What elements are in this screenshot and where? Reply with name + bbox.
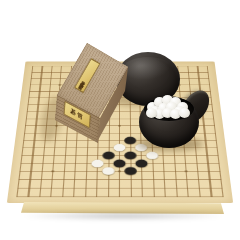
board-intersection[interactable] <box>193 183 205 191</box>
board-intersection[interactable] <box>48 152 60 160</box>
board-intersection[interactable] <box>103 175 114 183</box>
board-intersection[interactable] <box>45 192 57 201</box>
board-intersection[interactable] <box>25 167 37 175</box>
board-intersection[interactable] <box>114 115 124 122</box>
go-set-photo: ●●●●●●●●●●● 碁笥 碁笥 <box>0 0 240 240</box>
star-point <box>184 170 187 172</box>
board-intersection[interactable] <box>148 192 160 201</box>
board-intersection[interactable] <box>26 159 38 167</box>
board-ground-shadow <box>25 212 221 220</box>
board-intersection[interactable] <box>201 152 213 160</box>
board-intersection[interactable] <box>61 129 72 136</box>
board-intersection[interactable] <box>114 183 125 191</box>
board-intersection[interactable] <box>171 192 183 201</box>
board-intersection[interactable] <box>207 115 218 122</box>
board-intersection[interactable]: ● <box>103 167 114 175</box>
board-intersection[interactable] <box>71 144 82 152</box>
board-intersection[interactable] <box>212 152 224 160</box>
board-intersection[interactable] <box>191 167 203 175</box>
board-intersection[interactable] <box>68 192 80 201</box>
board-intersection[interactable] <box>125 108 135 115</box>
board-intersection[interactable] <box>193 192 205 201</box>
board-intersection[interactable] <box>180 159 192 167</box>
board-intersection[interactable] <box>91 175 102 183</box>
board-intersection[interactable] <box>125 115 135 122</box>
board-intersection[interactable] <box>46 175 58 183</box>
board-intersection[interactable] <box>114 122 125 129</box>
box-label-top: 碁笥 <box>74 58 100 93</box>
board-intersection[interactable] <box>209 129 220 136</box>
board-intersection[interactable] <box>37 159 49 167</box>
board-intersection[interactable] <box>208 122 219 129</box>
board-intersection[interactable] <box>69 167 81 175</box>
board-intersection[interactable] <box>59 159 71 167</box>
board-intersection[interactable] <box>69 175 81 183</box>
board-intersection[interactable] <box>148 183 160 191</box>
board-intersection[interactable] <box>48 159 60 167</box>
board-intersection[interactable] <box>60 136 71 143</box>
board-intersection[interactable] <box>203 175 215 183</box>
board-intersection[interactable] <box>159 175 171 183</box>
board-intersection[interactable] <box>125 192 137 201</box>
board-intersection[interactable] <box>23 183 35 191</box>
board-intersection[interactable] <box>57 175 69 183</box>
board-intersection[interactable] <box>45 183 57 191</box>
board-intersection[interactable] <box>125 122 136 129</box>
board-intersection[interactable] <box>57 183 69 191</box>
star-point <box>118 125 121 127</box>
board-intersection[interactable] <box>182 192 194 201</box>
board-intersection[interactable] <box>211 144 223 152</box>
star-point <box>58 84 61 86</box>
board-intersection[interactable] <box>170 183 182 191</box>
board-intersection[interactable] <box>102 183 113 191</box>
board-intersection[interactable] <box>80 183 92 191</box>
board-intersection[interactable] <box>104 129 115 136</box>
board-intersection[interactable] <box>170 175 182 183</box>
board-intersection[interactable] <box>191 159 203 167</box>
board-intersection[interactable] <box>136 167 147 175</box>
board-intersection[interactable] <box>136 175 147 183</box>
board-intersection[interactable] <box>198 122 209 129</box>
board-intersection[interactable] <box>125 175 136 183</box>
board-intersection[interactable]: ● <box>125 167 136 175</box>
board-intersection[interactable] <box>125 183 136 191</box>
board-intersection[interactable] <box>71 136 82 143</box>
heap-stone <box>179 108 190 118</box>
board-intersection[interactable] <box>158 167 170 175</box>
board-intersection[interactable] <box>180 167 192 175</box>
board-intersection[interactable] <box>207 108 218 115</box>
board-intersection[interactable] <box>91 183 103 191</box>
board-intersection[interactable] <box>181 183 193 191</box>
board-intersection[interactable] <box>179 152 191 160</box>
board-intersection[interactable] <box>58 167 70 175</box>
board-intersection[interactable]: ● <box>136 159 147 167</box>
board-intersection[interactable] <box>79 192 91 201</box>
board-intersection[interactable] <box>147 175 159 183</box>
board-intersection[interactable] <box>37 152 49 160</box>
board-intersection[interactable] <box>38 144 50 152</box>
board-intersection[interactable] <box>214 175 226 183</box>
board-intersection[interactable] <box>136 183 148 191</box>
board-intersection[interactable] <box>159 183 171 191</box>
board-intersection[interactable] <box>82 144 93 152</box>
board-intersection[interactable] <box>24 175 36 183</box>
board-intersection[interactable] <box>169 167 181 175</box>
board-intersection[interactable] <box>216 192 228 201</box>
board-intersection[interactable] <box>202 159 214 167</box>
board-intersection[interactable] <box>168 152 179 160</box>
board-intersection[interactable] <box>60 144 71 152</box>
board-intersection[interactable] <box>36 167 48 175</box>
board-intersection[interactable] <box>169 159 181 167</box>
board-intersection[interactable] <box>147 167 158 175</box>
board-intersection[interactable] <box>147 159 158 167</box>
star-point <box>51 170 54 172</box>
board-intersection[interactable] <box>213 167 225 175</box>
board-intersection[interactable] <box>35 175 47 183</box>
board-intersection[interactable] <box>26 152 38 160</box>
board-intersection[interactable] <box>157 152 168 160</box>
board-intersection[interactable] <box>137 192 149 201</box>
board-intersection[interactable] <box>70 159 81 167</box>
board-intersection[interactable] <box>80 175 92 183</box>
board-intersection[interactable] <box>68 183 80 191</box>
board-intersection[interactable] <box>22 192 34 201</box>
board-intersection[interactable] <box>80 167 91 175</box>
board-intersection[interactable] <box>190 152 202 160</box>
board-intersection[interactable] <box>59 152 70 160</box>
board-intersection[interactable] <box>33 192 45 201</box>
board-intersection[interactable] <box>70 152 81 160</box>
star-point <box>118 170 121 172</box>
board-intersection[interactable] <box>159 192 171 201</box>
board-intersection[interactable] <box>114 108 124 115</box>
board-intersection[interactable] <box>181 175 193 183</box>
board-intersection[interactable] <box>34 183 46 191</box>
board-intersection[interactable] <box>192 175 204 183</box>
board-intersection[interactable] <box>204 183 216 191</box>
board-intersection[interactable] <box>215 183 227 191</box>
board-intersection[interactable]: ● <box>147 152 158 160</box>
board-intersection[interactable] <box>47 167 59 175</box>
board-intersection[interactable] <box>114 192 125 201</box>
board-intersection[interactable] <box>213 159 225 167</box>
board-intersection[interactable] <box>114 175 125 183</box>
board-intersection[interactable] <box>56 192 68 201</box>
board-intersection[interactable] <box>202 167 214 175</box>
board-intersection[interactable] <box>158 159 169 167</box>
heap-stone <box>146 108 157 118</box>
board-intersection[interactable] <box>91 192 103 201</box>
board-intersection[interactable] <box>49 144 60 152</box>
white-stones-heap <box>146 94 192 118</box>
board-intersection[interactable] <box>210 136 222 143</box>
board-intersection[interactable] <box>102 192 114 201</box>
board-intersection[interactable] <box>205 192 217 201</box>
stone-bowl-open <box>139 96 199 148</box>
board-intersection[interactable] <box>199 129 210 136</box>
